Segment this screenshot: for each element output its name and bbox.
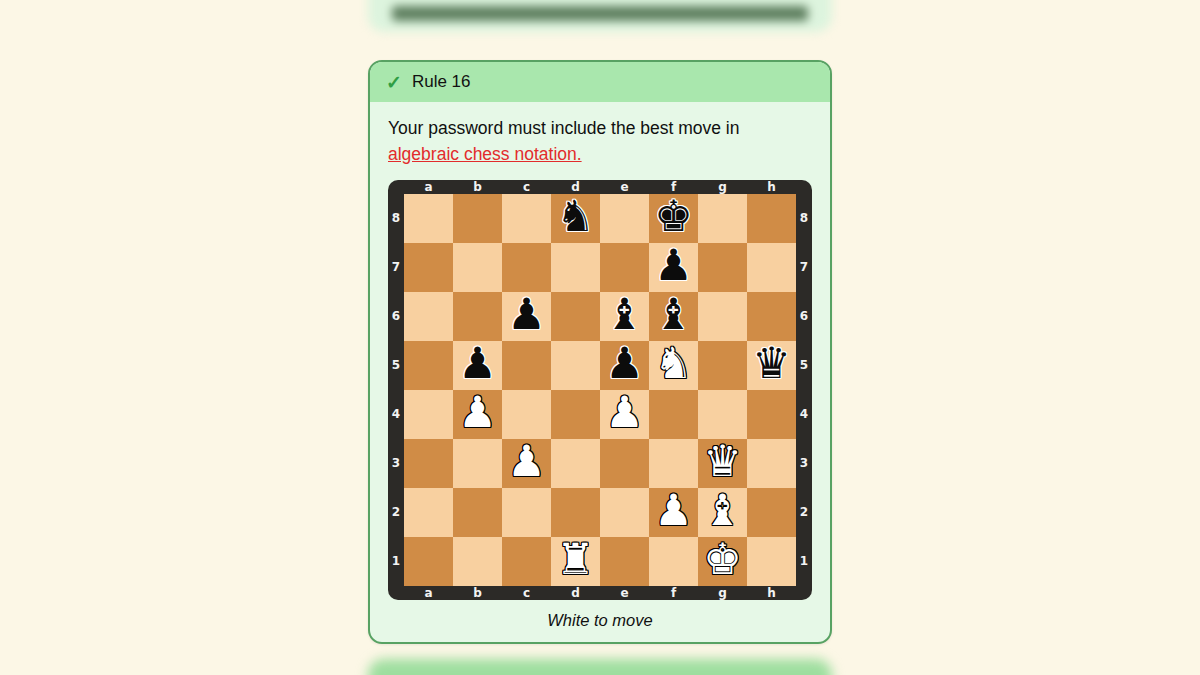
square-a8: [404, 194, 453, 243]
square-c8: [502, 194, 551, 243]
square-e2: [600, 488, 649, 537]
rule-text: Your password must include the best move…: [388, 115, 812, 168]
file-label-h: h: [747, 586, 796, 600]
board-wrap: abcdefgh8♞♚87♟76♟♝♝65♟♟♞♛54♟♟43♟♛32♟♝21♜…: [388, 180, 812, 600]
piece-black-pawn-e5: ♟: [605, 342, 644, 385]
board-frame-corner: [796, 586, 812, 600]
square-b1: [453, 537, 502, 586]
square-e4: ♟: [600, 390, 649, 439]
square-a1: [404, 537, 453, 586]
piece-white-bishop-g2: ♝: [703, 489, 742, 532]
checkmark-icon: ✓: [386, 73, 402, 92]
rank-label-5: 5: [796, 341, 812, 390]
square-e5: ♟: [600, 341, 649, 390]
piece-white-knight-f5: ♞: [654, 342, 693, 385]
square-f7: ♟: [649, 243, 698, 292]
square-f6: ♝: [649, 292, 698, 341]
square-g5: [698, 341, 747, 390]
square-b7: [453, 243, 502, 292]
square-g6: [698, 292, 747, 341]
square-a5: [404, 341, 453, 390]
square-f2: ♟: [649, 488, 698, 537]
square-b5: ♟: [453, 341, 502, 390]
square-g4: [698, 390, 747, 439]
board-frame-corner: [388, 180, 404, 194]
file-label-g: g: [698, 180, 747, 194]
piece-black-knight-d8: ♞: [556, 195, 595, 238]
rank-label-2: 2: [388, 488, 404, 537]
file-label-e: e: [600, 586, 649, 600]
square-c7: [502, 243, 551, 292]
square-h4: [747, 390, 796, 439]
piece-white-queen-g3: ♛: [703, 440, 742, 483]
square-b6: [453, 292, 502, 341]
rank-label-3: 3: [388, 439, 404, 488]
square-e7: [600, 243, 649, 292]
square-g3: ♛: [698, 439, 747, 488]
square-d2: [551, 488, 600, 537]
rank-label-3: 3: [796, 439, 812, 488]
rank-label-7: 7: [796, 243, 812, 292]
rule-card: ✓ Rule 16 Your password must include the…: [368, 60, 832, 644]
square-e6: ♝: [600, 292, 649, 341]
square-c5: [502, 341, 551, 390]
rank-label-7: 7: [388, 243, 404, 292]
square-d6: [551, 292, 600, 341]
file-label-b: b: [453, 180, 502, 194]
file-label-h: h: [747, 180, 796, 194]
piece-black-queen-h5: ♛: [752, 342, 791, 385]
algebraic-notation-link[interactable]: algebraic chess notation.: [388, 144, 582, 164]
piece-black-pawn-c6: ♟: [507, 293, 546, 336]
square-g8: [698, 194, 747, 243]
rank-label-4: 4: [388, 390, 404, 439]
piece-black-pawn-b5: ♟: [458, 342, 497, 385]
chess-board: abcdefgh8♞♚87♟76♟♝♝65♟♟♞♛54♟♟43♟♛32♟♝21♜…: [388, 180, 812, 600]
rank-label-8: 8: [388, 194, 404, 243]
rule-text-plain: Your password must include the best move…: [388, 118, 740, 138]
square-e3: [600, 439, 649, 488]
square-h6: [747, 292, 796, 341]
piece-black-bishop-f6: ♝: [654, 293, 693, 336]
square-h5: ♛: [747, 341, 796, 390]
rule-card-body: Your password must include the best move…: [370, 102, 830, 630]
square-e1: [600, 537, 649, 586]
square-b2: [453, 488, 502, 537]
square-a3: [404, 439, 453, 488]
rank-label-6: 6: [388, 292, 404, 341]
piece-white-king-g1: ♚: [703, 538, 742, 581]
rank-label-2: 2: [796, 488, 812, 537]
square-c1: [502, 537, 551, 586]
square-h2: [747, 488, 796, 537]
rank-label-1: 1: [388, 537, 404, 586]
rule-card-header: ✓ Rule 16: [370, 62, 830, 102]
square-b4: ♟: [453, 390, 502, 439]
square-g7: [698, 243, 747, 292]
square-h3: [747, 439, 796, 488]
piece-white-rook-d1: ♜: [556, 538, 595, 581]
square-d8: ♞: [551, 194, 600, 243]
square-c4: [502, 390, 551, 439]
blurred-text-line: [392, 6, 808, 21]
square-b3: [453, 439, 502, 488]
square-h7: [747, 243, 796, 292]
square-d5: [551, 341, 600, 390]
square-h8: [747, 194, 796, 243]
square-d7: [551, 243, 600, 292]
file-label-a: a: [404, 180, 453, 194]
square-f1: [649, 537, 698, 586]
rank-label-8: 8: [796, 194, 812, 243]
square-g2: ♝: [698, 488, 747, 537]
file-label-c: c: [502, 586, 551, 600]
piece-black-pawn-f7: ♟: [654, 244, 693, 287]
square-c3: ♟: [502, 439, 551, 488]
file-label-a: a: [404, 586, 453, 600]
square-g1: ♚: [698, 537, 747, 586]
rank-label-5: 5: [388, 341, 404, 390]
square-a2: [404, 488, 453, 537]
square-a6: [404, 292, 453, 341]
file-label-g: g: [698, 586, 747, 600]
file-label-d: d: [551, 586, 600, 600]
square-f8: ♚: [649, 194, 698, 243]
board-frame-corner: [388, 586, 404, 600]
square-d3: [551, 439, 600, 488]
piece-black-king-f8: ♚: [654, 195, 693, 238]
square-h1: [747, 537, 796, 586]
board-frame-corner: [796, 180, 812, 194]
piece-white-pawn-c3: ♟: [507, 440, 546, 483]
piece-white-pawn-e4: ♟: [605, 391, 644, 434]
rank-label-4: 4: [796, 390, 812, 439]
file-label-c: c: [502, 180, 551, 194]
rule-title: Rule 16: [412, 72, 471, 92]
square-b8: [453, 194, 502, 243]
square-c2: [502, 488, 551, 537]
square-d4: [551, 390, 600, 439]
file-label-b: b: [453, 586, 502, 600]
next-rule-card-blurred: [368, 659, 832, 675]
rank-label-1: 1: [796, 537, 812, 586]
file-label-f: f: [649, 586, 698, 600]
rank-label-6: 6: [796, 292, 812, 341]
square-d1: ♜: [551, 537, 600, 586]
square-a4: [404, 390, 453, 439]
side-to-move-caption: White to move: [388, 611, 812, 630]
square-f3: [649, 439, 698, 488]
square-c6: ♟: [502, 292, 551, 341]
square-f4: [649, 390, 698, 439]
piece-black-bishop-e6: ♝: [605, 293, 644, 336]
piece-white-pawn-f2: ♟: [654, 489, 693, 532]
piece-white-pawn-b4: ♟: [458, 391, 497, 434]
square-f5: ♞: [649, 341, 698, 390]
previous-rule-card-blurred: [368, 0, 832, 32]
square-e8: [600, 194, 649, 243]
square-a7: [404, 243, 453, 292]
file-label-e: e: [600, 180, 649, 194]
